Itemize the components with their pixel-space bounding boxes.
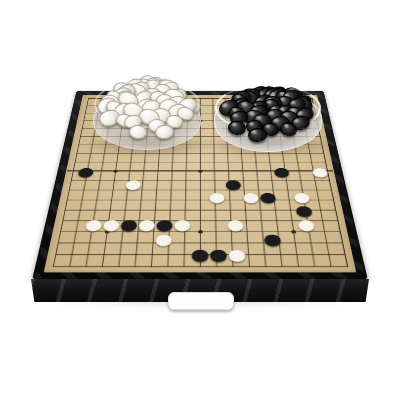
white-stone: ● bbox=[226, 217, 244, 231]
white-stone: ● bbox=[101, 217, 121, 231]
black-stone: ● bbox=[259, 191, 277, 204]
latch-tab bbox=[168, 292, 234, 310]
black-stone-bowl bbox=[210, 56, 326, 154]
white-stone: ● bbox=[208, 191, 225, 204]
white-stone-bowl bbox=[86, 48, 208, 154]
black-stone: ● bbox=[263, 232, 283, 247]
black-stone: ● bbox=[225, 178, 242, 191]
black-stone: ● bbox=[294, 204, 314, 218]
black-stone: ● bbox=[209, 247, 228, 263]
white-stone: ● bbox=[296, 217, 316, 231]
black-stone: ● bbox=[155, 217, 173, 231]
go-set-product-photo: ●●●●●●●●●●●●●●●●●●●●●●● bbox=[0, 0, 400, 400]
black-stones-pile bbox=[210, 56, 326, 154]
black-stone: ● bbox=[273, 166, 291, 178]
white-bowl-stone bbox=[155, 124, 175, 140]
black-bowl-stone bbox=[247, 127, 267, 143]
scene: ●●●●●●●●●●●●●●●●●●●●●●● bbox=[0, 0, 400, 400]
white-stone: ● bbox=[292, 191, 311, 204]
black-stone: ● bbox=[119, 217, 138, 231]
white-stone: ● bbox=[124, 178, 142, 191]
white-stone: ● bbox=[242, 191, 260, 204]
black-stone: ● bbox=[191, 247, 210, 263]
white-stone: ● bbox=[311, 166, 330, 178]
white-stone: ● bbox=[154, 232, 173, 247]
white-stone: ● bbox=[173, 217, 191, 231]
white-stones-pile bbox=[86, 48, 208, 154]
black-stone: ● bbox=[77, 166, 96, 178]
white-bowl-stone bbox=[128, 124, 148, 139]
white-stone: ● bbox=[137, 217, 156, 231]
white-stone: ● bbox=[227, 247, 246, 263]
